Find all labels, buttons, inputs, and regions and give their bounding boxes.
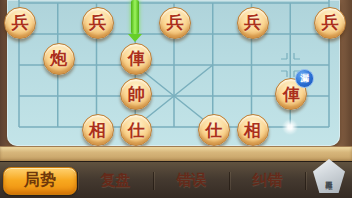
pentagon-radar-icon[interactable]: 五维图 [313,159,345,193]
piece-character: 兵 [322,14,339,31]
red-soldier-piece[interactable]: 兵 [82,7,114,39]
red-elephant-piece[interactable]: 相 [82,114,114,146]
piece-character: 帥 [128,86,145,103]
piece-character: 兵 [244,14,261,31]
red-advisor-piece[interactable]: 仕 [198,114,230,146]
tab-situation[interactable]: 局势 [3,167,77,195]
piece-character: 仕 [128,122,145,139]
tab-replay[interactable]: 复盘 [78,171,153,190]
red-soldier-piece[interactable]: 兵 [4,7,36,39]
bottom-menubar: 局势 复盘 错误 纠错 五维图 [0,161,352,198]
piece-character: 相 [244,122,261,139]
tab-mistakes[interactable]: 错误 [154,171,229,190]
xiangqi-review-screen: 兵兵兵兵炮俥兵帥俥漏相仕仕相 局势 复盘 错误 纠错 五维图 [0,0,352,198]
piece-character: 兵 [167,14,184,31]
red-soldier-piece[interactable]: 兵 [159,7,191,39]
red-soldier-piece[interactable]: 兵 [237,7,269,39]
piece-character: 兵 [12,14,29,31]
red-cannon-piece[interactable]: 炮 [43,43,75,75]
red-soldier-piece[interactable]: 兵 [314,7,346,39]
last-move-arrow-icon [131,0,139,34]
xiangqi-board[interactable]: 兵兵兵兵炮俥兵帥俥漏相仕仕相 [7,0,340,146]
tab-correction[interactable]: 纠错 [230,171,305,190]
piece-character: 相 [89,122,106,139]
piece-character: 仕 [205,122,222,139]
piece-character: 俥 [128,50,145,67]
radar-badge-area: 五维图 [306,168,352,193]
piece-character: 兵 [89,14,106,31]
piece-character: 炮 [50,50,67,67]
red-advisor-piece[interactable]: 仕 [120,114,152,146]
table-edge [0,146,352,162]
piece-character: 俥 [283,86,300,103]
red-elephant-piece[interactable]: 相 [237,114,269,146]
red-chariot-piece[interactable]: 俥 [120,43,152,75]
